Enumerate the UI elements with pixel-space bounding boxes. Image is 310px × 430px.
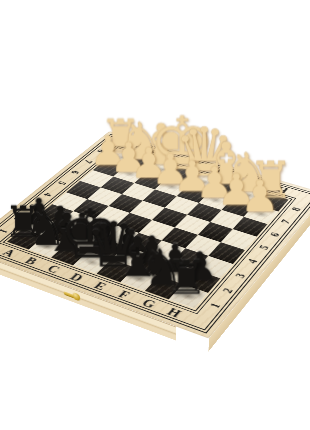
square-f5 (175, 215, 210, 235)
chess-set-product-photo[interactable]: ABCDEFGH ABCDEFGH 87654321 87654321 ♜♞♝♚… (0, 0, 310, 430)
piece-contact-shadow (205, 195, 225, 205)
piece-contact-shadow (195, 178, 215, 187)
piece-contact-shadow (58, 249, 80, 260)
chess-board: ABCDEFGH ABCDEFGH 87654321 87654321 ♜♞♝♚… (0, 131, 310, 338)
brass-clasp-icon (64, 289, 81, 304)
piece-contact-shadow (183, 189, 203, 199)
piece-contact-shadow (141, 176, 161, 185)
piece-contact-shadow (190, 275, 213, 287)
piece-contact-shadow (112, 153, 131, 162)
piece-contact-shadow (174, 171, 194, 180)
piece-contact-shadow (81, 257, 103, 269)
piece-contact-shadow (100, 163, 119, 172)
piece-contact-shadow (228, 202, 248, 212)
rank-label-6: 6 (260, 226, 292, 243)
rank-label-7: 7 (271, 214, 302, 230)
piece-contact-shadow (15, 234, 37, 245)
piece-contact-shadow (119, 251, 141, 263)
clasp-knob (73, 292, 81, 302)
file-label-a: A (0, 245, 25, 262)
piece-contact-shadow (217, 184, 237, 193)
piece-contact-shadow (239, 191, 259, 201)
piece-contact-shadow (73, 236, 95, 247)
piece-contact-shadow (96, 243, 118, 254)
piece-contact-shadow (104, 265, 126, 277)
piece-contact-shadow (177, 290, 200, 303)
file-label-b: B (14, 253, 47, 271)
piece-contact-shadow (153, 165, 172, 174)
piece-contact-shadow (166, 267, 188, 279)
piece-contact-shadow (262, 197, 282, 207)
piece-contact-shadow (142, 259, 164, 271)
piece-contact-shadow (128, 273, 151, 285)
piece-contact-shadow (152, 281, 175, 293)
board-wooden-frame: ABCDEFGH ABCDEFGH 87654321 87654321 ♜♞♝♚… (0, 131, 310, 338)
piece-contact-shadow (120, 170, 140, 179)
square-h6 (233, 217, 268, 237)
piece-contact-shadow (30, 221, 51, 232)
brass-hinge-icon (68, 166, 71, 174)
piece-contact-shadow (162, 182, 182, 191)
piece-contact-shadow (36, 241, 58, 252)
rank-label-8: 8 (282, 202, 310, 217)
piece-contact-shadow (132, 159, 151, 168)
piece-contact-shadow (51, 228, 72, 239)
piece-contact-shadow (251, 209, 272, 219)
